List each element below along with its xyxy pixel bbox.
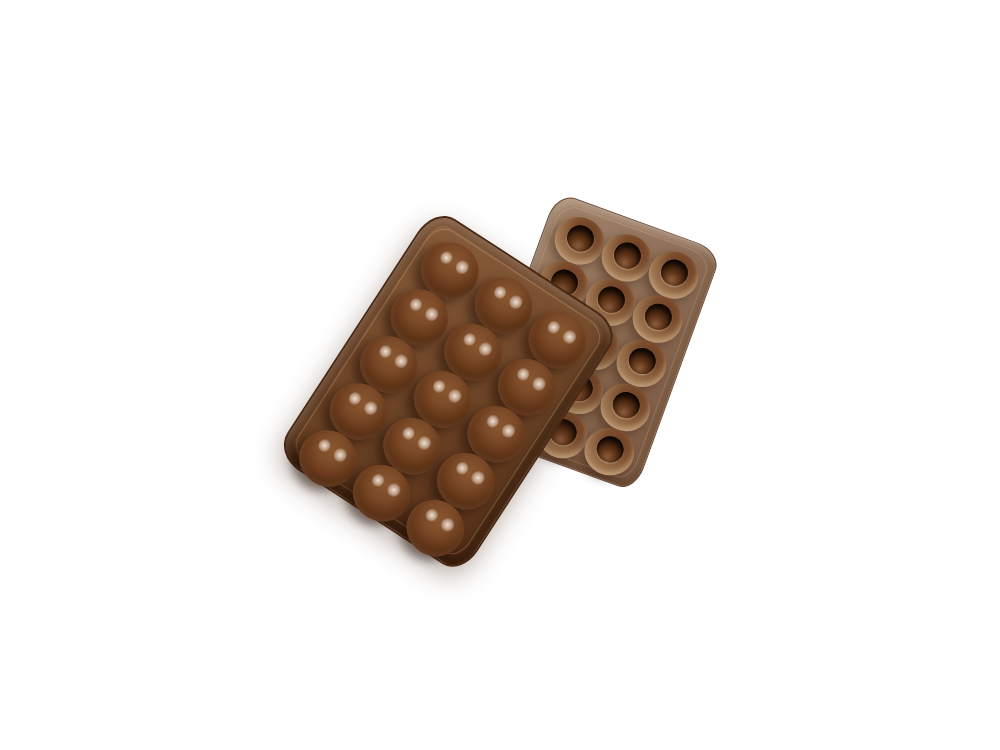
product-photo — [0, 0, 1000, 750]
